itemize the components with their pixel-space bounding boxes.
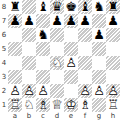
white-bishop[interactable]: ♝♗ bbox=[36, 98, 50, 112]
square-b6[interactable] bbox=[22, 28, 36, 42]
square-f8[interactable]: ♝ bbox=[78, 0, 92, 14]
white-bishop[interactable]: ♝♗ bbox=[78, 98, 92, 112]
square-b7[interactable]: ♟ bbox=[22, 14, 36, 28]
black-pawn[interactable]: ♟ bbox=[64, 14, 78, 28]
square-g3[interactable] bbox=[92, 70, 106, 84]
square-e6[interactable] bbox=[64, 28, 78, 42]
file-label-h: h bbox=[106, 112, 120, 120]
square-e4[interactable]: ♟♙ bbox=[64, 56, 78, 70]
white-knight[interactable]: ♞♘ bbox=[50, 56, 64, 70]
white-king[interactable]: ♚♔ bbox=[64, 98, 78, 112]
black-pawn-glyph: ♟ bbox=[22, 14, 36, 28]
black-rook[interactable]: ♜ bbox=[8, 0, 22, 14]
square-g5[interactable] bbox=[92, 42, 106, 56]
file-label-g: g bbox=[92, 112, 106, 120]
square-a4[interactable] bbox=[8, 56, 22, 70]
black-queen-glyph: ♛ bbox=[50, 0, 64, 14]
square-d7[interactable]: ♟ bbox=[50, 14, 64, 28]
square-a6[interactable] bbox=[8, 28, 22, 42]
black-queen[interactable]: ♛ bbox=[50, 0, 64, 14]
square-f5[interactable] bbox=[78, 42, 92, 56]
black-pawn-glyph: ♟ bbox=[106, 14, 120, 28]
white-pawn[interactable]: ♟♙ bbox=[92, 84, 106, 98]
file-label-d: d bbox=[50, 112, 64, 120]
square-d6[interactable] bbox=[50, 28, 64, 42]
square-e8[interactable]: ♚ bbox=[64, 0, 78, 14]
white-pawn-glyph: ♙ bbox=[92, 84, 106, 98]
square-g1[interactable] bbox=[92, 98, 106, 112]
black-rook[interactable]: ♜ bbox=[106, 0, 120, 14]
square-f4[interactable] bbox=[78, 56, 92, 70]
file-label-b: b bbox=[22, 112, 36, 120]
square-a3[interactable] bbox=[8, 70, 22, 84]
square-e7[interactable]: ♟ bbox=[64, 14, 78, 28]
square-g8[interactable]: ♞ bbox=[92, 0, 106, 14]
square-f2[interactable]: ♟♙ bbox=[78, 84, 92, 98]
white-pawn[interactable]: ♟♙ bbox=[64, 56, 78, 70]
rank-label-7: 7 bbox=[0, 14, 8, 28]
black-knight[interactable]: ♞ bbox=[92, 0, 106, 14]
white-king-glyph: ♔ bbox=[64, 98, 78, 112]
black-rook-glyph: ♜ bbox=[8, 0, 22, 14]
white-knight[interactable]: ♞♘ bbox=[22, 98, 36, 112]
rank-label-4: 4 bbox=[0, 56, 8, 70]
board-corner bbox=[0, 112, 8, 120]
square-a7[interactable]: ♟ bbox=[8, 14, 22, 28]
square-g7[interactable] bbox=[92, 14, 106, 28]
white-queen[interactable]: ♛♕ bbox=[50, 98, 64, 112]
black-king-glyph: ♚ bbox=[64, 0, 78, 14]
square-a5[interactable] bbox=[8, 42, 22, 56]
square-d3[interactable] bbox=[50, 70, 64, 84]
black-bishop-glyph: ♝ bbox=[36, 0, 50, 14]
black-pawn[interactable]: ♟ bbox=[92, 28, 106, 42]
square-e3[interactable] bbox=[64, 70, 78, 84]
black-pawn[interactable]: ♟ bbox=[78, 14, 92, 28]
square-h4[interactable] bbox=[106, 56, 120, 70]
black-pawn-glyph: ♟ bbox=[78, 14, 92, 28]
square-d1[interactable]: ♛♕ bbox=[50, 98, 64, 112]
square-b2[interactable]: ♟♙ bbox=[22, 84, 36, 98]
square-h5[interactable] bbox=[106, 42, 120, 56]
square-b8[interactable] bbox=[22, 0, 36, 14]
square-b5[interactable] bbox=[22, 42, 36, 56]
white-pawn-glyph: ♙ bbox=[106, 84, 120, 98]
square-h6[interactable] bbox=[106, 28, 120, 42]
chess-diagram: 87654321 ♜♝♛♚♝♞♜♟♟♟♟♟♟♞♟♞♘♟♙♟♙♟♙♟♙♟♙♟♙♟♙… bbox=[0, 0, 120, 120]
square-b4[interactable] bbox=[22, 56, 36, 70]
black-king[interactable]: ♚ bbox=[64, 0, 78, 14]
square-h3[interactable] bbox=[106, 70, 120, 84]
rank-label-6: 6 bbox=[0, 28, 8, 42]
square-h2[interactable]: ♟♙ bbox=[106, 84, 120, 98]
square-h8[interactable]: ♜ bbox=[106, 0, 120, 14]
square-c8[interactable]: ♝ bbox=[36, 0, 50, 14]
white-knight-glyph: ♘ bbox=[50, 56, 64, 70]
square-b3[interactable] bbox=[22, 70, 36, 84]
square-g4[interactable] bbox=[92, 56, 106, 70]
square-a1[interactable]: ♜♖ bbox=[8, 98, 22, 112]
rank-label-1: 1 bbox=[0, 98, 8, 112]
black-pawn[interactable]: ♟ bbox=[8, 14, 22, 28]
white-pawn[interactable]: ♟♙ bbox=[78, 84, 92, 98]
black-knight-glyph: ♞ bbox=[36, 28, 50, 42]
chess-board[interactable]: ♜♝♛♚♝♞♜♟♟♟♟♟♟♞♟♞♘♟♙♟♙♟♙♟♙♟♙♟♙♟♙♜♖♞♘♝♗♛♕♚… bbox=[8, 0, 120, 112]
black-bishop[interactable]: ♝ bbox=[36, 0, 50, 14]
black-knight[interactable]: ♞ bbox=[36, 28, 50, 42]
square-g6[interactable]: ♟ bbox=[92, 28, 106, 42]
black-pawn-glyph: ♟ bbox=[64, 14, 78, 28]
black-rook-glyph: ♜ bbox=[106, 0, 120, 14]
white-knight-glyph: ♘ bbox=[22, 98, 36, 112]
white-bishop-glyph: ♗ bbox=[78, 98, 92, 112]
square-e5[interactable] bbox=[64, 42, 78, 56]
black-pawn[interactable]: ♟ bbox=[22, 14, 36, 28]
square-h7[interactable]: ♟ bbox=[106, 14, 120, 28]
square-d8[interactable]: ♛ bbox=[50, 0, 64, 14]
black-pawn-glyph: ♟ bbox=[8, 14, 22, 28]
white-pawn-glyph: ♙ bbox=[64, 56, 78, 70]
white-rook-glyph: ♖ bbox=[106, 98, 120, 112]
white-rook[interactable]: ♜♖ bbox=[106, 98, 120, 112]
white-pawn-glyph: ♙ bbox=[78, 84, 92, 98]
square-a2[interactable]: ♟♙ bbox=[8, 84, 22, 98]
white-pawn-glyph: ♙ bbox=[22, 84, 36, 98]
white-bishop-glyph: ♗ bbox=[36, 98, 50, 112]
square-c6[interactable]: ♞ bbox=[36, 28, 50, 42]
square-d2[interactable] bbox=[50, 84, 64, 98]
square-e2[interactable] bbox=[64, 84, 78, 98]
square-d5[interactable] bbox=[50, 42, 64, 56]
square-c4[interactable] bbox=[36, 56, 50, 70]
rank-label-2: 2 bbox=[0, 84, 8, 98]
square-g2[interactable]: ♟♙ bbox=[92, 84, 106, 98]
black-pawn-glyph: ♟ bbox=[50, 14, 64, 28]
white-rook-glyph: ♖ bbox=[8, 98, 22, 112]
black-pawn[interactable]: ♟ bbox=[106, 14, 120, 28]
white-rook[interactable]: ♜♖ bbox=[8, 98, 22, 112]
square-c1[interactable]: ♝♗ bbox=[36, 98, 50, 112]
rank-label-8: 8 bbox=[0, 0, 8, 14]
square-f7[interactable]: ♟ bbox=[78, 14, 92, 28]
white-pawn-glyph: ♙ bbox=[36, 84, 50, 98]
white-pawn[interactable]: ♟♙ bbox=[106, 84, 120, 98]
square-f6[interactable] bbox=[78, 28, 92, 42]
rank-label-3: 3 bbox=[0, 70, 8, 84]
black-knight-glyph: ♞ bbox=[92, 0, 106, 14]
square-c2[interactable]: ♟♙ bbox=[36, 84, 50, 98]
black-pawn[interactable]: ♟ bbox=[50, 14, 64, 28]
white-pawn[interactable]: ♟♙ bbox=[8, 84, 22, 98]
file-label-f: f bbox=[78, 112, 92, 120]
rank-label-5: 5 bbox=[0, 42, 8, 56]
square-b1[interactable]: ♞♘ bbox=[22, 98, 36, 112]
square-c3[interactable] bbox=[36, 70, 50, 84]
black-bishop-glyph: ♝ bbox=[78, 0, 92, 14]
file-labels: abcdefgh bbox=[8, 112, 120, 120]
rank-labels: 87654321 bbox=[0, 0, 8, 112]
square-e1[interactable]: ♚♔ bbox=[64, 98, 78, 112]
white-pawn[interactable]: ♟♙ bbox=[36, 84, 50, 98]
square-c7[interactable] bbox=[36, 14, 50, 28]
square-h1[interactable]: ♜♖ bbox=[106, 98, 120, 112]
square-d4[interactable]: ♞♘ bbox=[50, 56, 64, 70]
white-queen-glyph: ♕ bbox=[50, 98, 64, 112]
square-f1[interactable]: ♝♗ bbox=[78, 98, 92, 112]
file-label-c: c bbox=[36, 112, 50, 120]
square-f3[interactable] bbox=[78, 70, 92, 84]
file-label-e: e bbox=[64, 112, 78, 120]
file-label-a: a bbox=[8, 112, 22, 120]
white-pawn-glyph: ♙ bbox=[8, 84, 22, 98]
black-bishop[interactable]: ♝ bbox=[78, 0, 92, 14]
square-a8[interactable]: ♜ bbox=[8, 0, 22, 14]
black-pawn-glyph: ♟ bbox=[92, 28, 106, 42]
white-pawn[interactable]: ♟♙ bbox=[22, 84, 36, 98]
square-c5[interactable] bbox=[36, 42, 50, 56]
